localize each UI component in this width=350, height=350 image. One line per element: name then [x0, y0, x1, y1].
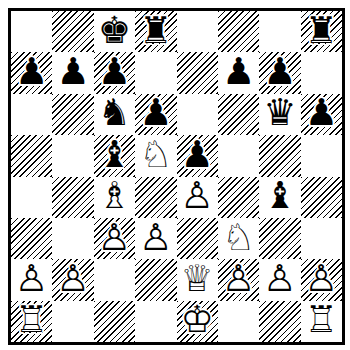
piece-halo: ♟: [222, 53, 255, 90]
piece-white-rook: ♖: [15, 302, 48, 339]
square-a1[interactable]: ♜♖: [11, 301, 52, 342]
square-f2[interactable]: ♟♙: [218, 259, 259, 300]
square-b7[interactable]: ♟♟: [52, 52, 93, 93]
square-h1[interactable]: ♜♖: [301, 301, 342, 342]
square-f1[interactable]: [218, 301, 259, 342]
piece-halo: ♟: [139, 219, 172, 256]
square-g2[interactable]: ♟♙: [259, 259, 300, 300]
piece-halo: ♟: [98, 219, 131, 256]
piece-white-queen: ♕: [181, 260, 214, 297]
piece-halo: ♜: [15, 302, 48, 339]
square-b2[interactable]: ♟♙: [52, 259, 93, 300]
square-f7[interactable]: ♟♟: [218, 52, 259, 93]
piece-halo: ♟: [15, 260, 48, 297]
square-d7[interactable]: [135, 52, 176, 93]
piece-white-pawn: ♙: [222, 260, 255, 297]
square-g7[interactable]: ♟♟: [259, 52, 300, 93]
square-f4[interactable]: [218, 177, 259, 218]
square-a3[interactable]: [11, 218, 52, 259]
chess-diagram: ♚♚♜♜♜♜♟♟♟♟♟♟♟♟♟♟♞♞♟♟♛♛♟♟♝♝♞♘♟♟♝♗♟♙♝♝♟♙♟♙…: [0, 0, 350, 350]
square-c5[interactable]: ♝♝: [94, 135, 135, 176]
square-g3[interactable]: [259, 218, 300, 259]
piece-black-pawn: ♟: [56, 53, 89, 90]
square-e2[interactable]: ♛♕: [177, 259, 218, 300]
square-b1[interactable]: [52, 301, 93, 342]
piece-black-rook: ♜: [305, 12, 338, 49]
square-c7[interactable]: ♟♟: [94, 52, 135, 93]
square-a6[interactable]: [11, 94, 52, 135]
piece-black-king: ♚: [98, 12, 131, 49]
piece-black-pawn: ♟: [305, 95, 338, 132]
piece-white-knight: ♘: [222, 219, 255, 256]
piece-halo: ♟: [98, 53, 131, 90]
square-e8[interactable]: [177, 11, 218, 52]
square-h3[interactable]: [301, 218, 342, 259]
piece-halo: ♜: [305, 302, 338, 339]
piece-halo: ♟: [305, 260, 338, 297]
square-f3[interactable]: ♞♘: [218, 218, 259, 259]
square-b3[interactable]: [52, 218, 93, 259]
square-d3[interactable]: ♟♙: [135, 218, 176, 259]
piece-white-king: ♔: [181, 302, 214, 339]
piece-white-pawn: ♙: [139, 219, 172, 256]
square-b6[interactable]: [52, 94, 93, 135]
square-d1[interactable]: [135, 301, 176, 342]
square-g4[interactable]: ♝♝: [259, 177, 300, 218]
piece-white-pawn: ♙: [98, 219, 131, 256]
piece-halo: ♜: [305, 12, 338, 49]
square-a8[interactable]: [11, 11, 52, 52]
piece-halo: ♛: [263, 95, 296, 132]
square-f6[interactable]: [218, 94, 259, 135]
piece-halo: ♟: [181, 136, 214, 173]
square-c8[interactable]: ♚♚: [94, 11, 135, 52]
square-a2[interactable]: ♟♙: [11, 259, 52, 300]
square-f8[interactable]: [218, 11, 259, 52]
piece-halo: ♟: [15, 53, 48, 90]
square-h4[interactable]: [301, 177, 342, 218]
piece-halo: ♟: [263, 53, 296, 90]
piece-white-bishop: ♗: [98, 178, 131, 215]
square-d4[interactable]: [135, 177, 176, 218]
square-e7[interactable]: [177, 52, 218, 93]
piece-black-pawn: ♟: [139, 95, 172, 132]
square-d5[interactable]: ♞♘: [135, 135, 176, 176]
square-c3[interactable]: ♟♙: [94, 218, 135, 259]
piece-halo: ♝: [98, 178, 131, 215]
piece-black-rook: ♜: [139, 12, 172, 49]
piece-white-pawn: ♙: [15, 260, 48, 297]
square-c6[interactable]: ♞♞: [94, 94, 135, 135]
square-d6[interactable]: ♟♟: [135, 94, 176, 135]
piece-white-knight: ♘: [139, 136, 172, 173]
square-h5[interactable]: [301, 135, 342, 176]
square-d8[interactable]: ♜♜: [135, 11, 176, 52]
square-b8[interactable]: [52, 11, 93, 52]
piece-halo: ♟: [139, 95, 172, 132]
square-e3[interactable]: [177, 218, 218, 259]
piece-white-pawn: ♙: [305, 260, 338, 297]
piece-halo: ♟: [181, 178, 214, 215]
piece-halo: ♝: [263, 178, 296, 215]
piece-white-pawn: ♙: [263, 260, 296, 297]
square-e1[interactable]: ♚♔: [177, 301, 218, 342]
piece-halo: ♜: [139, 12, 172, 49]
square-d2[interactable]: [135, 259, 176, 300]
square-h7[interactable]: [301, 52, 342, 93]
piece-white-rook: ♖: [305, 302, 338, 339]
piece-halo: ♟: [263, 260, 296, 297]
square-h6[interactable]: ♟♟: [301, 94, 342, 135]
square-h2[interactable]: ♟♙: [301, 259, 342, 300]
piece-black-pawn: ♟: [98, 53, 131, 90]
piece-black-pawn: ♟: [263, 53, 296, 90]
square-c1[interactable]: [94, 301, 135, 342]
square-a4[interactable]: [11, 177, 52, 218]
square-a5[interactable]: [11, 135, 52, 176]
piece-black-pawn: ♟: [15, 53, 48, 90]
piece-halo: ♟: [222, 260, 255, 297]
piece-halo: ♛: [181, 260, 214, 297]
piece-black-bishop: ♝: [263, 178, 296, 215]
square-g6[interactable]: ♛♛: [259, 94, 300, 135]
square-c4[interactable]: ♝♗: [94, 177, 135, 218]
chess-board: ♚♚♜♜♜♜♟♟♟♟♟♟♟♟♟♟♞♞♟♟♛♛♟♟♝♝♞♘♟♟♝♗♟♙♝♝♟♙♟♙…: [8, 8, 345, 345]
square-b5[interactable]: [52, 135, 93, 176]
piece-white-pawn: ♙: [181, 178, 214, 215]
piece-halo: ♚: [181, 302, 214, 339]
piece-black-pawn: ♟: [181, 136, 214, 173]
piece-black-knight: ♞: [98, 95, 131, 132]
square-h8[interactable]: ♜♜: [301, 11, 342, 52]
square-g1[interactable]: [259, 301, 300, 342]
square-e5[interactable]: ♟♟: [177, 135, 218, 176]
piece-halo: ♞: [139, 136, 172, 173]
square-b4[interactable]: [52, 177, 93, 218]
piece-halo: ♟: [56, 53, 89, 90]
piece-halo: ♞: [98, 95, 131, 132]
square-g5[interactable]: [259, 135, 300, 176]
square-f5[interactable]: [218, 135, 259, 176]
piece-halo: ♝: [98, 136, 131, 173]
piece-halo: ♟: [56, 260, 89, 297]
piece-halo: ♞: [222, 219, 255, 256]
square-a7[interactable]: ♟♟: [11, 52, 52, 93]
piece-black-bishop: ♝: [98, 136, 131, 173]
square-e4[interactable]: ♟♙: [177, 177, 218, 218]
square-c2[interactable]: [94, 259, 135, 300]
piece-white-pawn: ♙: [56, 260, 89, 297]
piece-black-pawn: ♟: [222, 53, 255, 90]
piece-black-queen: ♛: [263, 95, 296, 132]
square-g8[interactable]: [259, 11, 300, 52]
piece-halo: ♚: [98, 12, 131, 49]
piece-halo: ♟: [305, 95, 338, 132]
square-e6[interactable]: [177, 94, 218, 135]
